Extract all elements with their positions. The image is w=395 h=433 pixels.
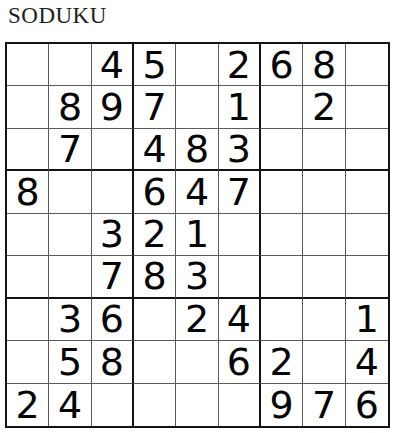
cell-r5c9[interactable] bbox=[346, 214, 388, 256]
cell-r6c8[interactable] bbox=[303, 256, 345, 298]
cell-r2c3-given: 9 bbox=[92, 86, 134, 128]
cell-r2c4-given: 7 bbox=[134, 86, 176, 128]
cell-r7c9-given: 1 bbox=[346, 299, 388, 341]
cell-r4c5-given: 4 bbox=[176, 171, 218, 213]
cell-r9c4[interactable] bbox=[134, 384, 176, 426]
cell-r9c1-given: 2 bbox=[7, 384, 49, 426]
cell-r5c5-given: 1 bbox=[176, 214, 218, 256]
cell-r9c7-given: 9 bbox=[261, 384, 303, 426]
cell-r6c7[interactable] bbox=[261, 256, 303, 298]
cell-r4c3[interactable] bbox=[92, 171, 134, 213]
cell-r5c3-given: 3 bbox=[92, 214, 134, 256]
cell-r1c6-given: 2 bbox=[219, 44, 261, 86]
cell-r3c5-given: 8 bbox=[176, 129, 218, 171]
puzzle-title: SODUKU bbox=[8, 3, 107, 29]
cell-r8c8[interactable] bbox=[303, 341, 345, 383]
cell-r5c6[interactable] bbox=[219, 214, 261, 256]
cell-r4c7[interactable] bbox=[261, 171, 303, 213]
cell-r8c1[interactable] bbox=[7, 341, 49, 383]
cell-r3c6-given: 3 bbox=[219, 129, 261, 171]
cell-r8c9-given: 4 bbox=[346, 341, 388, 383]
cell-r2c5[interactable] bbox=[176, 86, 218, 128]
cell-r9c2-given: 4 bbox=[49, 384, 91, 426]
cell-r8c6-given: 6 bbox=[219, 341, 261, 383]
cell-r2c7[interactable] bbox=[261, 86, 303, 128]
cell-r4c6-given: 7 bbox=[219, 171, 261, 213]
cell-r7c4[interactable] bbox=[134, 299, 176, 341]
cell-r1c4-given: 5 bbox=[134, 44, 176, 86]
cell-r2c8-given: 2 bbox=[303, 86, 345, 128]
cell-r6c9[interactable] bbox=[346, 256, 388, 298]
cell-r3c9[interactable] bbox=[346, 129, 388, 171]
cell-r3c2-given: 7 bbox=[49, 129, 91, 171]
cell-r1c1[interactable] bbox=[7, 44, 49, 86]
cell-r6c5-given: 3 bbox=[176, 256, 218, 298]
cell-r4c2[interactable] bbox=[49, 171, 91, 213]
cell-r3c3[interactable] bbox=[92, 129, 134, 171]
cell-r4c8[interactable] bbox=[303, 171, 345, 213]
cell-r7c2-given: 3 bbox=[49, 299, 91, 341]
page: SODUKU 452688971274838647321783362415862… bbox=[0, 0, 395, 433]
cell-r7c7[interactable] bbox=[261, 299, 303, 341]
cell-r8c4[interactable] bbox=[134, 341, 176, 383]
cell-r9c3[interactable] bbox=[92, 384, 134, 426]
cell-r1c8-given: 8 bbox=[303, 44, 345, 86]
cell-r7c8[interactable] bbox=[303, 299, 345, 341]
cell-r2c6-given: 1 bbox=[219, 86, 261, 128]
cell-r6c3-given: 7 bbox=[92, 256, 134, 298]
cell-r2c9[interactable] bbox=[346, 86, 388, 128]
cell-r3c8[interactable] bbox=[303, 129, 345, 171]
cell-r5c4-given: 2 bbox=[134, 214, 176, 256]
cell-r9c6[interactable] bbox=[219, 384, 261, 426]
cell-r8c7-given: 2 bbox=[261, 341, 303, 383]
cell-r7c3-given: 6 bbox=[92, 299, 134, 341]
cell-r5c1[interactable] bbox=[7, 214, 49, 256]
cell-r6c2[interactable] bbox=[49, 256, 91, 298]
cell-r9c9-given: 6 bbox=[346, 384, 388, 426]
cell-r1c2[interactable] bbox=[49, 44, 91, 86]
cell-r2c1[interactable] bbox=[7, 86, 49, 128]
cell-r9c8-given: 7 bbox=[303, 384, 345, 426]
cell-r4c9[interactable] bbox=[346, 171, 388, 213]
cell-r3c1[interactable] bbox=[7, 129, 49, 171]
cell-r2c2-given: 8 bbox=[49, 86, 91, 128]
sudoku-grid: 452688971274838647321783362415862424976 bbox=[5, 42, 390, 428]
cell-r8c3-given: 8 bbox=[92, 341, 134, 383]
cell-r5c7[interactable] bbox=[261, 214, 303, 256]
cell-r5c8[interactable] bbox=[303, 214, 345, 256]
cell-r3c7[interactable] bbox=[261, 129, 303, 171]
cell-r4c1-given: 8 bbox=[7, 171, 49, 213]
cell-r6c1[interactable] bbox=[7, 256, 49, 298]
cell-r8c2-given: 5 bbox=[49, 341, 91, 383]
cell-r7c6-given: 4 bbox=[219, 299, 261, 341]
cell-r9c5[interactable] bbox=[176, 384, 218, 426]
cell-r5c2[interactable] bbox=[49, 214, 91, 256]
cell-r3c4-given: 4 bbox=[134, 129, 176, 171]
cell-r1c3-given: 4 bbox=[92, 44, 134, 86]
cell-r6c6[interactable] bbox=[219, 256, 261, 298]
cell-r7c1[interactable] bbox=[7, 299, 49, 341]
cell-r8c5[interactable] bbox=[176, 341, 218, 383]
cell-r1c7-given: 6 bbox=[261, 44, 303, 86]
cell-r4c4-given: 6 bbox=[134, 171, 176, 213]
cell-r1c9[interactable] bbox=[346, 44, 388, 86]
cell-r1c5[interactable] bbox=[176, 44, 218, 86]
cell-r6c4-given: 8 bbox=[134, 256, 176, 298]
cell-r7c5-given: 2 bbox=[176, 299, 218, 341]
